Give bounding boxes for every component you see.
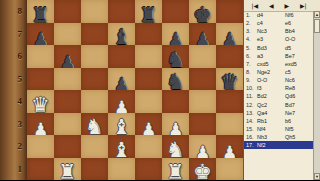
square-f7[interactable]: ♟ <box>162 23 189 46</box>
rank-label-5: 5 <box>0 68 27 91</box>
move-row-14[interactable]: 14.Rb1b6 <box>244 117 313 125</box>
black-move[interactable]: e6 <box>285 20 313 26</box>
square-d6[interactable] <box>108 45 135 68</box>
square-g2[interactable]: ♟ <box>189 135 216 158</box>
move-number: 5. <box>246 45 257 51</box>
square-g6[interactable] <box>189 45 216 68</box>
move-row-15[interactable]: 15.Nf4Nf5 <box>244 125 313 133</box>
white-move[interactable]: Nge2 <box>257 69 285 75</box>
move-number: 2. <box>246 20 257 26</box>
move-number: 8. <box>246 69 257 75</box>
move-row-17[interactable]: 17.Nf2 <box>244 141 313 149</box>
black-move[interactable]: b6 <box>285 118 313 124</box>
white-king-g1[interactable]: ♚ <box>193 161 212 180</box>
black-move[interactable]: Bb4 <box>285 28 313 34</box>
white-move[interactable]: d4 <box>257 12 285 18</box>
square-e2[interactable] <box>135 135 162 158</box>
square-f3[interactable]: ♟ <box>162 113 189 136</box>
move-number: 14. <box>246 118 257 124</box>
square-f4[interactable] <box>162 90 189 113</box>
square-f6[interactable]: ♞ <box>162 45 189 68</box>
white-move[interactable]: Nh3 <box>257 134 285 140</box>
square-g7[interactable]: ♟ <box>189 23 216 46</box>
square-b6[interactable]: ♟ <box>54 45 81 68</box>
move-row-3[interactable]: 3.Nc3Bb4 <box>244 27 313 35</box>
square-d1[interactable] <box>108 158 135 181</box>
move-list: 1.d4Nf62.c4e63.Nc3Bb44.e3O-O5.Bd3d56.a3B… <box>244 11 313 180</box>
square-h3[interactable] <box>216 113 243 136</box>
scroll-up-icon[interactable]: ▲ <box>314 11 320 18</box>
move-row-4[interactable]: 4.e3O-O <box>244 35 313 43</box>
square-a1[interactable] <box>27 158 54 181</box>
square-a4[interactable]: ♛ <box>27 90 54 113</box>
move-number: 15. <box>246 126 257 132</box>
white-move[interactable]: Qc2 <box>257 102 285 108</box>
move-number: 1. <box>246 12 257 18</box>
square-g8[interactable]: ♚ <box>189 0 216 23</box>
move-row-13[interactable]: 13.Qa4Ne7 <box>244 109 313 117</box>
square-a8[interactable]: ♜ <box>27 0 54 23</box>
white-move[interactable]: Qa4 <box>257 110 285 116</box>
square-d5[interactable]: ♟ <box>108 68 135 91</box>
white-move[interactable]: Nf4 <box>257 126 285 132</box>
square-c8[interactable] <box>81 0 108 23</box>
square-g5[interactable] <box>189 68 216 91</box>
black-move[interactable]: Nf5 <box>285 126 313 132</box>
black-move[interactable]: c5 <box>285 69 313 75</box>
square-a7[interactable]: ♟ <box>27 23 54 46</box>
square-d3[interactable]: ♝ <box>108 113 135 136</box>
square-f1[interactable]: ♜ <box>162 158 189 181</box>
move-row-1[interactable]: 1.d4Nf6 <box>244 11 313 19</box>
move-row-6[interactable]: 6.a3Be7 <box>244 52 313 60</box>
square-d4[interactable]: ♟ <box>108 90 135 113</box>
move-number: 3. <box>246 28 257 34</box>
scrollbar-thumb[interactable] <box>314 19 320 33</box>
square-d8[interactable] <box>108 0 135 23</box>
white-move[interactable]: cxd5 <box>257 61 285 67</box>
square-a6[interactable] <box>27 45 54 68</box>
move-number: 17. <box>246 142 257 148</box>
square-e3[interactable]: ♟ <box>135 113 162 136</box>
black-move[interactable]: Be7 <box>285 53 313 59</box>
black-move[interactable]: Ne7 <box>285 110 313 116</box>
chess-board: ♜♜♚♟♝♟♟♟♟♞♟♞♛♛♟♟♞♝♟♟♝♞♟♟♜♜♚ <box>27 0 243 180</box>
square-e7[interactable] <box>135 23 162 46</box>
rank-label-3: 3 <box>0 113 27 136</box>
square-c2[interactable] <box>81 135 108 158</box>
move-number: 16. <box>246 134 257 140</box>
square-h7[interactable]: ♟ <box>216 23 243 46</box>
next-move-button[interactable]: ▶ <box>284 1 289 11</box>
move-number: 11. <box>246 93 257 99</box>
square-h1[interactable] <box>216 158 243 181</box>
move-row-2[interactable]: 2.c4e6 <box>244 19 313 27</box>
square-d2[interactable]: ♝ <box>108 135 135 158</box>
white-rook-f1[interactable]: ♜ <box>166 161 185 180</box>
square-e8[interactable]: ♜ <box>135 0 162 23</box>
black-move[interactable]: Nc6 <box>285 77 313 83</box>
rank-label-2: 2 <box>0 135 27 158</box>
square-a5[interactable] <box>27 68 54 91</box>
white-move[interactable]: e3 <box>257 36 285 42</box>
move-row-8[interactable]: 8.Nge2c5 <box>244 68 313 76</box>
square-a2[interactable] <box>27 135 54 158</box>
move-number: 4. <box>246 36 257 42</box>
black-move[interactable]: Re8 <box>285 85 313 91</box>
square-e4[interactable] <box>135 90 162 113</box>
move-row-9[interactable]: 9.O-ONc6 <box>244 76 313 84</box>
white-move[interactable]: Nc3 <box>257 28 285 34</box>
move-row-5[interactable]: 5.Bd3d5 <box>244 44 313 52</box>
move-row-12[interactable]: 12.Qc2Bd7 <box>244 101 313 109</box>
black-move[interactable]: O-O <box>285 36 313 42</box>
move-row-10[interactable]: 10.f3Re8 <box>244 84 313 92</box>
move-row-7[interactable]: 7.cxd5exd5 <box>244 60 313 68</box>
square-d7[interactable]: ♝ <box>108 23 135 46</box>
square-f5[interactable]: ♞ <box>162 68 189 91</box>
square-c3[interactable]: ♞ <box>81 113 108 136</box>
move-list-panel: |◀ ◀ ▶ ▶| 1.d4Nf62.c4e63.Nc3Bb44.e3O-O5.… <box>243 0 320 180</box>
move-row-16[interactable]: 16.Nh3Qh5 <box>244 133 313 141</box>
square-b1[interactable]: ♜ <box>54 158 81 181</box>
square-c1[interactable] <box>81 158 108 181</box>
move-list-scrollbar[interactable]: ▲ ▼ <box>313 11 320 180</box>
white-move[interactable]: Bd2 <box>257 93 285 99</box>
black-move[interactable]: Qh5 <box>285 134 313 140</box>
square-g3[interactable] <box>189 113 216 136</box>
square-b4[interactable] <box>54 90 81 113</box>
square-f2[interactable]: ♞ <box>162 135 189 158</box>
black-move[interactable]: Qd6 <box>285 93 313 99</box>
square-c6[interactable] <box>81 45 108 68</box>
move-number: 7. <box>246 61 257 67</box>
rank-label-8: 8 <box>0 0 27 23</box>
square-b7[interactable] <box>54 23 81 46</box>
white-move[interactable]: a3 <box>257 53 285 59</box>
square-h4[interactable] <box>216 90 243 113</box>
white-move[interactable]: c4 <box>257 20 285 26</box>
move-row-11[interactable]: 11.Bd2Qd6 <box>244 92 313 100</box>
square-h8[interactable] <box>216 0 243 23</box>
move-number: 6. <box>246 53 257 59</box>
white-move[interactable]: Bd3 <box>257 45 285 51</box>
first-move-button[interactable]: |◀ <box>251 1 258 11</box>
move-number: 9. <box>246 77 257 83</box>
square-c5[interactable] <box>81 68 108 91</box>
square-a3[interactable]: ♟ <box>27 113 54 136</box>
black-move[interactable]: exd5 <box>285 61 313 67</box>
square-h5[interactable]: ♛ <box>216 68 243 91</box>
square-h2[interactable]: ♟ <box>216 135 243 158</box>
square-g1[interactable]: ♚ <box>189 158 216 181</box>
white-move[interactable]: O-O <box>257 77 285 83</box>
white-move[interactable]: Nf2 <box>257 142 285 148</box>
previous-move-button[interactable]: ◀ <box>269 1 274 11</box>
square-c7[interactable] <box>81 23 108 46</box>
rank-label-4: 4 <box>0 90 27 113</box>
rank-label-1: 1 <box>0 158 27 181</box>
last-move-button[interactable]: ▶| <box>300 1 307 11</box>
white-rook-b1[interactable]: ♜ <box>58 161 77 180</box>
rank-label-7: 7 <box>0 23 27 46</box>
board-wood-frame: 87654321 <box>0 0 27 180</box>
black-move[interactable]: Bd7 <box>285 102 313 108</box>
chess-app-window: 87654321 ♜♜♚♟♝♟♟♟♟♞♟♞♛♛♟♟♞♝♟♟♝♞♟♟♜♜♚ |◀ … <box>0 0 320 180</box>
square-h6[interactable] <box>216 45 243 68</box>
square-b2[interactable] <box>54 135 81 158</box>
black-move[interactable]: d5 <box>285 45 313 51</box>
scroll-down-icon[interactable]: ▼ <box>314 173 320 180</box>
square-g4[interactable] <box>189 90 216 113</box>
black-move[interactable]: Nf6 <box>285 12 313 18</box>
rank-label-6: 6 <box>0 45 27 68</box>
square-e6[interactable] <box>135 45 162 68</box>
white-move[interactable]: f3 <box>257 85 285 91</box>
white-move[interactable]: Rb1 <box>257 118 285 124</box>
square-b8[interactable] <box>54 0 81 23</box>
square-f8[interactable] <box>162 0 189 23</box>
square-c4[interactable] <box>81 90 108 113</box>
square-e1[interactable] <box>135 158 162 181</box>
square-e5[interactable] <box>135 68 162 91</box>
square-b5[interactable] <box>54 68 81 91</box>
move-number: 10. <box>246 85 257 91</box>
move-number: 13. <box>246 110 257 116</box>
square-b3[interactable] <box>54 113 81 136</box>
move-number: 12. <box>246 102 257 108</box>
